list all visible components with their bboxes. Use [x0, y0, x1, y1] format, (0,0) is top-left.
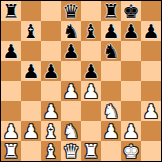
square-g2[interactable]: ♟ [121, 121, 141, 141]
square-g7[interactable]: ♟ [121, 21, 141, 41]
square-a4[interactable] [1, 81, 21, 101]
black-pawn-piece[interactable]: ♟ [122, 21, 139, 41]
square-a8[interactable]: ♜ [1, 1, 21, 21]
square-h8[interactable] [141, 1, 161, 21]
square-f2[interactable]: ♟ [101, 121, 121, 141]
square-c3[interactable]: ♟ [41, 101, 61, 121]
square-c4[interactable] [41, 81, 61, 101]
square-c6[interactable] [41, 41, 61, 61]
square-g3[interactable] [121, 101, 141, 121]
square-d2[interactable]: ♞ [61, 121, 81, 141]
square-b5[interactable]: ♟ [21, 61, 41, 81]
square-g5[interactable] [121, 61, 141, 81]
square-c1[interactable]: ♝ [41, 141, 61, 161]
black-pawn-piece[interactable]: ♟ [22, 61, 39, 81]
black-queen-piece[interactable]: ♛ [62, 1, 79, 21]
white-knight-piece[interactable]: ♞ [62, 121, 79, 141]
square-g1[interactable]: ♚ [121, 141, 141, 161]
square-e1[interactable]: ♜ [81, 141, 101, 161]
square-b6[interactable] [21, 41, 41, 61]
square-f4[interactable] [101, 81, 121, 101]
white-pawn-piece[interactable]: ♟ [122, 121, 139, 141]
square-d7[interactable]: ♞ [61, 21, 81, 41]
white-pawn-piece[interactable]: ♟ [42, 101, 59, 121]
white-pawn-piece[interactable]: ♟ [2, 121, 19, 141]
square-e8[interactable] [81, 1, 101, 21]
square-a2[interactable]: ♟ [1, 121, 21, 141]
black-pawn-piece[interactable]: ♟ [42, 61, 59, 81]
white-bishop-piece[interactable]: ♝ [42, 121, 59, 141]
black-pawn-piece[interactable]: ♟ [82, 61, 99, 81]
square-b1[interactable] [21, 141, 41, 161]
square-g6[interactable] [121, 41, 141, 61]
square-g4[interactable] [121, 81, 141, 101]
black-rook-piece[interactable]: ♜ [2, 1, 19, 21]
square-b4[interactable] [21, 81, 41, 101]
white-pawn-piece[interactable]: ♟ [142, 101, 159, 121]
chess-board-frame: ♜♛♜♚♝♞♝♟♟♟♟♟♞♟♟♟♟♟♟♞♟♟♟♝♞♟♟♜♝♛♜♚ [0, 0, 162, 162]
white-pawn-piece[interactable]: ♟ [102, 121, 119, 141]
square-a3[interactable] [1, 101, 21, 121]
square-b8[interactable] [21, 1, 41, 21]
square-c7[interactable] [41, 21, 61, 41]
white-king-piece[interactable]: ♚ [122, 141, 139, 161]
square-h7[interactable]: ♟ [141, 21, 161, 41]
black-knight-piece[interactable]: ♞ [62, 21, 79, 41]
square-b3[interactable] [21, 101, 41, 121]
black-bishop-piece[interactable]: ♝ [82, 21, 99, 41]
square-e6[interactable] [81, 41, 101, 61]
black-pawn-piece[interactable]: ♟ [2, 41, 19, 61]
square-a5[interactable] [1, 61, 21, 81]
white-rook-piece[interactable]: ♜ [2, 141, 19, 161]
white-pawn-piece[interactable]: ♟ [22, 121, 39, 141]
square-a1[interactable]: ♜ [1, 141, 21, 161]
square-h5[interactable] [141, 61, 161, 81]
square-f6[interactable]: ♞ [101, 41, 121, 61]
white-knight-piece[interactable]: ♞ [102, 101, 119, 121]
square-c5[interactable]: ♟ [41, 61, 61, 81]
square-f1[interactable] [101, 141, 121, 161]
square-d1[interactable]: ♛ [61, 141, 81, 161]
black-rook-piece[interactable]: ♜ [102, 1, 119, 21]
white-bishop-piece[interactable]: ♝ [42, 141, 59, 161]
square-b2[interactable]: ♟ [21, 121, 41, 141]
square-d3[interactable] [61, 101, 81, 121]
black-bishop-piece[interactable]: ♝ [22, 21, 39, 41]
square-c2[interactable]: ♝ [41, 121, 61, 141]
square-d8[interactable]: ♛ [61, 1, 81, 21]
square-e7[interactable]: ♝ [81, 21, 101, 41]
square-c8[interactable] [41, 1, 61, 21]
black-king-piece[interactable]: ♚ [122, 1, 139, 21]
square-e3[interactable] [81, 101, 101, 121]
square-g8[interactable]: ♚ [121, 1, 141, 21]
black-pawn-piece[interactable]: ♟ [102, 21, 119, 41]
black-pawn-piece[interactable]: ♟ [142, 21, 159, 41]
black-knight-piece[interactable]: ♞ [102, 41, 119, 61]
black-pawn-piece[interactable]: ♟ [62, 41, 79, 61]
square-h3[interactable]: ♟ [141, 101, 161, 121]
square-a6[interactable]: ♟ [1, 41, 21, 61]
white-pawn-piece[interactable]: ♟ [62, 81, 79, 101]
square-f5[interactable] [101, 61, 121, 81]
white-rook-piece[interactable]: ♜ [82, 141, 99, 161]
chess-board: ♜♛♜♚♝♞♝♟♟♟♟♟♞♟♟♟♟♟♟♞♟♟♟♝♞♟♟♜♝♛♜♚ [1, 1, 161, 161]
white-queen-piece[interactable]: ♛ [62, 141, 79, 161]
square-a7[interactable] [1, 21, 21, 41]
square-d5[interactable] [61, 61, 81, 81]
square-h4[interactable] [141, 81, 161, 101]
square-h6[interactable] [141, 41, 161, 61]
square-e4[interactable]: ♟ [81, 81, 101, 101]
square-e2[interactable] [81, 121, 101, 141]
square-h1[interactable] [141, 141, 161, 161]
square-d4[interactable]: ♟ [61, 81, 81, 101]
square-h2[interactable] [141, 121, 161, 141]
square-f3[interactable]: ♞ [101, 101, 121, 121]
square-b7[interactable]: ♝ [21, 21, 41, 41]
square-f7[interactable]: ♟ [101, 21, 121, 41]
square-e5[interactable]: ♟ [81, 61, 101, 81]
square-f8[interactable]: ♜ [101, 1, 121, 21]
white-pawn-piece[interactable]: ♟ [82, 81, 99, 101]
square-d6[interactable]: ♟ [61, 41, 81, 61]
